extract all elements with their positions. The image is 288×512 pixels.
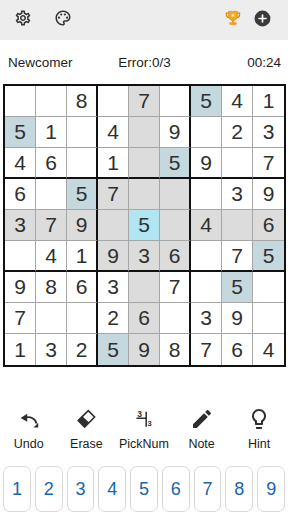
cell-r4c8[interactable]: 3 bbox=[222, 179, 253, 210]
cell-r1c9[interactable]: 1 bbox=[253, 86, 284, 117]
cell-r8c7[interactable]: 3 bbox=[191, 303, 222, 334]
cell-r2c7[interactable] bbox=[191, 117, 222, 148]
numpad-9[interactable]: 9 bbox=[257, 466, 285, 512]
note-label: Note bbox=[188, 437, 214, 451]
achievements-button[interactable] bbox=[224, 9, 242, 31]
cell-r8c5[interactable]: 6 bbox=[129, 303, 160, 334]
picknum-button[interactable]: 3 3 PickNum bbox=[115, 407, 173, 451]
cell-r3c3[interactable] bbox=[67, 148, 98, 179]
lightbulb-icon bbox=[247, 407, 271, 435]
cell-r9c9[interactable]: 4 bbox=[253, 334, 284, 365]
cell-r9c8[interactable]: 6 bbox=[222, 334, 253, 365]
cell-r9c6[interactable]: 8 bbox=[160, 334, 191, 365]
numpad-4[interactable]: 4 bbox=[98, 466, 126, 512]
cell-r7c5[interactable] bbox=[129, 272, 160, 303]
cell-r3c6[interactable]: 5 bbox=[160, 148, 191, 179]
numpad-1[interactable]: 1 bbox=[3, 466, 31, 512]
hint-label: Hint bbox=[248, 437, 270, 451]
cell-r1c5[interactable]: 7 bbox=[129, 86, 160, 117]
cell-r2c8[interactable]: 2 bbox=[222, 117, 253, 148]
cell-r7c3[interactable]: 6 bbox=[67, 272, 98, 303]
cell-r2c5[interactable] bbox=[129, 117, 160, 148]
cell-r6c2[interactable]: 4 bbox=[36, 241, 67, 272]
cell-r1c2[interactable] bbox=[36, 86, 67, 117]
palette-icon bbox=[54, 9, 72, 31]
cell-r6c3[interactable]: 1 bbox=[67, 241, 98, 272]
cell-r5c8[interactable] bbox=[222, 210, 253, 241]
cell-r2c4[interactable]: 4 bbox=[98, 117, 129, 148]
cell-r1c8[interactable]: 4 bbox=[222, 86, 253, 117]
cell-r5c1[interactable]: 3 bbox=[5, 210, 36, 241]
cell-r7c6[interactable]: 7 bbox=[160, 272, 191, 303]
sudoku-board: 8754151492346159765739379546419367598637… bbox=[3, 84, 286, 367]
cell-r6c1[interactable] bbox=[5, 241, 36, 272]
cell-r6c4[interactable]: 9 bbox=[98, 241, 129, 272]
cell-r8c4[interactable]: 2 bbox=[98, 303, 129, 334]
undo-arrow-icon bbox=[17, 407, 41, 435]
cell-r4c5[interactable] bbox=[129, 179, 160, 210]
cell-r2c3[interactable] bbox=[67, 117, 98, 148]
cell-r7c1[interactable]: 9 bbox=[5, 272, 36, 303]
gear-icon bbox=[14, 9, 32, 31]
cell-r4c2[interactable] bbox=[36, 179, 67, 210]
cell-r3c8[interactable] bbox=[222, 148, 253, 179]
cell-r7c9[interactable] bbox=[253, 272, 284, 303]
pencil-icon bbox=[190, 407, 214, 435]
cell-r2c6[interactable]: 9 bbox=[160, 117, 191, 148]
cell-r5c4[interactable] bbox=[98, 210, 129, 241]
cell-r4c7[interactable] bbox=[191, 179, 222, 210]
plus-icon bbox=[253, 9, 272, 32]
cell-r6c6[interactable]: 6 bbox=[160, 241, 191, 272]
cell-r8c2[interactable] bbox=[36, 303, 67, 334]
cell-r8c8[interactable]: 9 bbox=[222, 303, 253, 334]
note-button[interactable]: Note bbox=[173, 407, 231, 451]
top-bar bbox=[0, 0, 288, 40]
cell-r9c3[interactable]: 2 bbox=[67, 334, 98, 365]
cell-r5c2[interactable]: 7 bbox=[36, 210, 67, 241]
trophy-icon bbox=[224, 9, 242, 31]
cell-r9c5[interactable]: 9 bbox=[129, 334, 160, 365]
numpad-5[interactable]: 5 bbox=[130, 466, 158, 512]
cell-r9c7[interactable]: 7 bbox=[191, 334, 222, 365]
cell-r5c3[interactable]: 9 bbox=[67, 210, 98, 241]
cell-r5c9[interactable]: 6 bbox=[253, 210, 284, 241]
numpad-3[interactable]: 3 bbox=[67, 466, 95, 512]
cell-r7c8[interactable]: 5 bbox=[222, 272, 253, 303]
cell-r4c6[interactable] bbox=[160, 179, 191, 210]
cell-r4c4[interactable]: 7 bbox=[98, 179, 129, 210]
svg-text:3: 3 bbox=[137, 409, 142, 419]
sudoku-app-screen: Newcomer Error:0/3 00:24 875415149234615… bbox=[0, 0, 288, 512]
cell-r8c6[interactable] bbox=[160, 303, 191, 334]
cell-r1c1[interactable] bbox=[5, 86, 36, 117]
cell-r3c9[interactable]: 7 bbox=[253, 148, 284, 179]
pick-number-icon: 3 3 bbox=[132, 407, 156, 435]
numpad-7[interactable]: 7 bbox=[194, 466, 222, 512]
numpad-2[interactable]: 2 bbox=[35, 466, 63, 512]
settings-button[interactable] bbox=[14, 9, 32, 31]
cell-r5c7[interactable]: 4 bbox=[191, 210, 222, 241]
cell-r9c4[interactable]: 5 bbox=[98, 334, 129, 365]
cell-r3c1[interactable]: 4 bbox=[5, 148, 36, 179]
new-game-button[interactable] bbox=[253, 9, 272, 32]
cell-r3c4[interactable]: 1 bbox=[98, 148, 129, 179]
undo-button[interactable]: Undo bbox=[0, 407, 58, 451]
cell-r1c7[interactable]: 5 bbox=[191, 86, 222, 117]
hint-button[interactable]: Hint bbox=[230, 407, 288, 451]
cell-r3c7[interactable]: 9 bbox=[191, 148, 222, 179]
cell-r8c3[interactable] bbox=[67, 303, 98, 334]
erase-button[interactable]: Erase bbox=[58, 407, 116, 451]
eraser-icon bbox=[74, 407, 98, 435]
number-pad: 123456789 bbox=[0, 466, 288, 512]
cell-r1c4[interactable] bbox=[98, 86, 129, 117]
undo-label: Undo bbox=[14, 437, 44, 451]
numpad-6[interactable]: 6 bbox=[162, 466, 190, 512]
cell-r3c2[interactable]: 6 bbox=[36, 148, 67, 179]
cell-r6c5[interactable]: 3 bbox=[129, 241, 160, 272]
cell-r5c5[interactable]: 5 bbox=[129, 210, 160, 241]
timer: 00:24 bbox=[190, 55, 281, 70]
toolbar: Undo Erase 3 3 PickNum bbox=[0, 407, 288, 451]
cell-r4c3[interactable]: 5 bbox=[67, 179, 98, 210]
cell-r6c8[interactable]: 7 bbox=[222, 241, 253, 272]
difficulty-label: Newcomer bbox=[8, 55, 99, 70]
cell-r1c3[interactable]: 8 bbox=[67, 86, 98, 117]
cell-r6c7[interactable] bbox=[191, 241, 222, 272]
cell-r2c1[interactable]: 5 bbox=[5, 117, 36, 148]
cell-r8c9[interactable] bbox=[253, 303, 284, 334]
cell-r7c7[interactable] bbox=[191, 272, 222, 303]
cell-r7c2[interactable]: 8 bbox=[36, 272, 67, 303]
cell-r9c2[interactable]: 3 bbox=[36, 334, 67, 365]
cell-r6c9[interactable]: 5 bbox=[253, 241, 284, 272]
cell-r3c5[interactable] bbox=[129, 148, 160, 179]
cell-r4c9[interactable]: 9 bbox=[253, 179, 284, 210]
theme-button[interactable] bbox=[54, 9, 72, 31]
svg-text:3: 3 bbox=[147, 419, 151, 428]
cell-r7c4[interactable]: 3 bbox=[98, 272, 129, 303]
cell-r2c2[interactable]: 1 bbox=[36, 117, 67, 148]
numpad-8[interactable]: 8 bbox=[225, 466, 253, 512]
cell-r2c9[interactable]: 3 bbox=[253, 117, 284, 148]
cell-r5c6[interactable] bbox=[160, 210, 191, 241]
status-bar: Newcomer Error:0/3 00:24 bbox=[0, 40, 288, 84]
error-counter: Error:0/3 bbox=[99, 55, 190, 70]
erase-label: Erase bbox=[70, 437, 103, 451]
cell-r8c1[interactable]: 7 bbox=[5, 303, 36, 334]
cell-r9c1[interactable]: 1 bbox=[5, 334, 36, 365]
cell-r4c1[interactable]: 6 bbox=[5, 179, 36, 210]
picknum-label: PickNum bbox=[119, 437, 169, 451]
cell-r1c6[interactable] bbox=[160, 86, 191, 117]
